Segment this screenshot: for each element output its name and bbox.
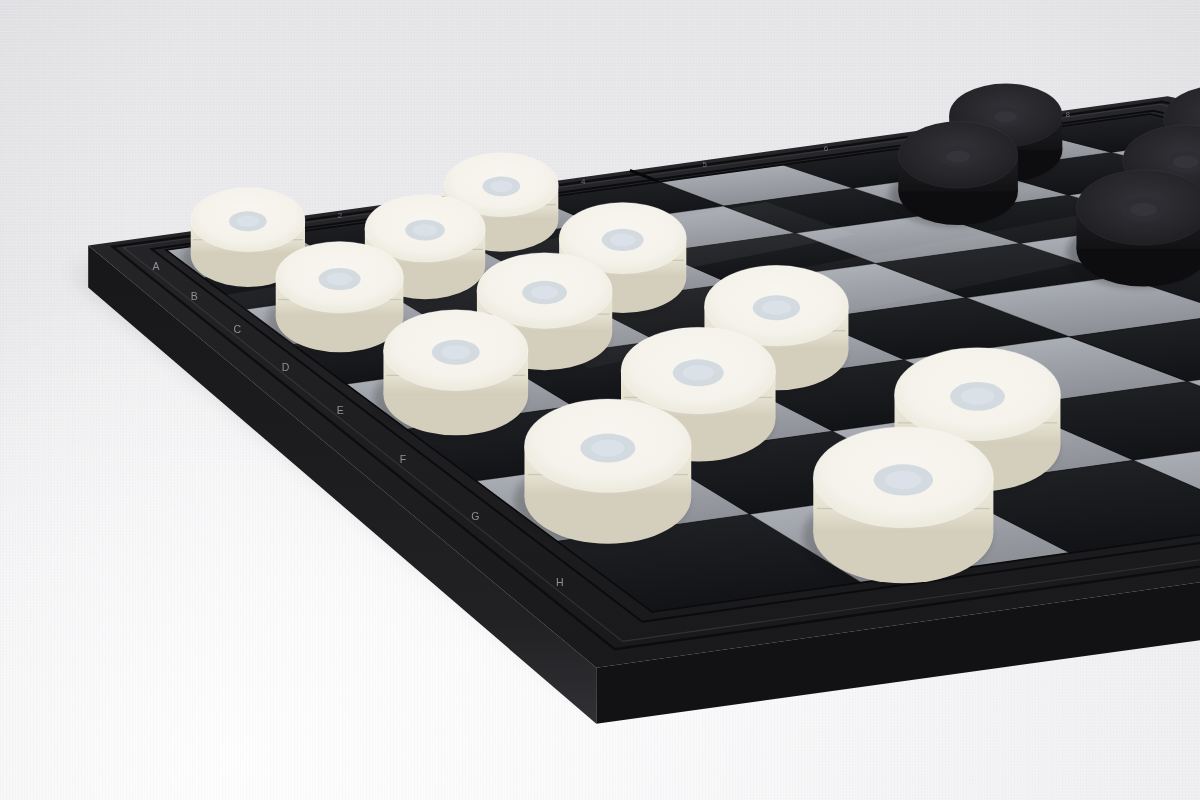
piece-dimple-center (490, 181, 513, 192)
col-label-5: 5 (702, 160, 707, 169)
checkers-board-photo: ABCDEFGH12345678 (0, 0, 1200, 800)
piece-dimple-center (1130, 203, 1157, 217)
row-label-B: B (191, 290, 198, 302)
row-label-C: C (233, 323, 241, 335)
black-piece[interactable] (1067, 170, 1200, 288)
white-piece[interactable] (374, 310, 528, 437)
piece-dimple-center (683, 365, 714, 381)
col-label-6: 6 (824, 144, 829, 153)
white-piece[interactable] (803, 427, 994, 584)
piece-dimple-center (531, 286, 558, 300)
piece-dimple-center (1173, 156, 1198, 169)
col-label-8: 8 (1065, 110, 1070, 119)
row-label-H: H (556, 576, 564, 588)
white-piece[interactable] (267, 242, 404, 354)
piece-dimple-center (413, 224, 437, 236)
piece-dimple-center (946, 150, 970, 162)
row-label-E: E (337, 404, 344, 416)
black-piece[interactable] (889, 121, 1017, 226)
piece-dimple-center (327, 273, 353, 286)
piece-dimple-center (591, 440, 624, 457)
piece-dimple-center (961, 388, 994, 405)
col-label-2: 2 (338, 211, 343, 220)
piece-dimple-center (441, 345, 470, 360)
row-label-D: D (282, 361, 290, 373)
row-label-G: G (471, 510, 479, 522)
col-label-4: 4 (581, 177, 586, 186)
piece-dimple-center (885, 471, 921, 489)
row-label-F: F (400, 453, 406, 465)
photo-scene: ABCDEFGH12345678 (0, 0, 1200, 800)
white-piece[interactable] (514, 399, 691, 544)
piece-dimple-center (610, 233, 635, 246)
piece-dimple-center (236, 216, 259, 228)
row-label-A: A (153, 260, 160, 272)
piece-dimple-center (762, 300, 791, 315)
piece-dimple-center (994, 111, 1017, 122)
